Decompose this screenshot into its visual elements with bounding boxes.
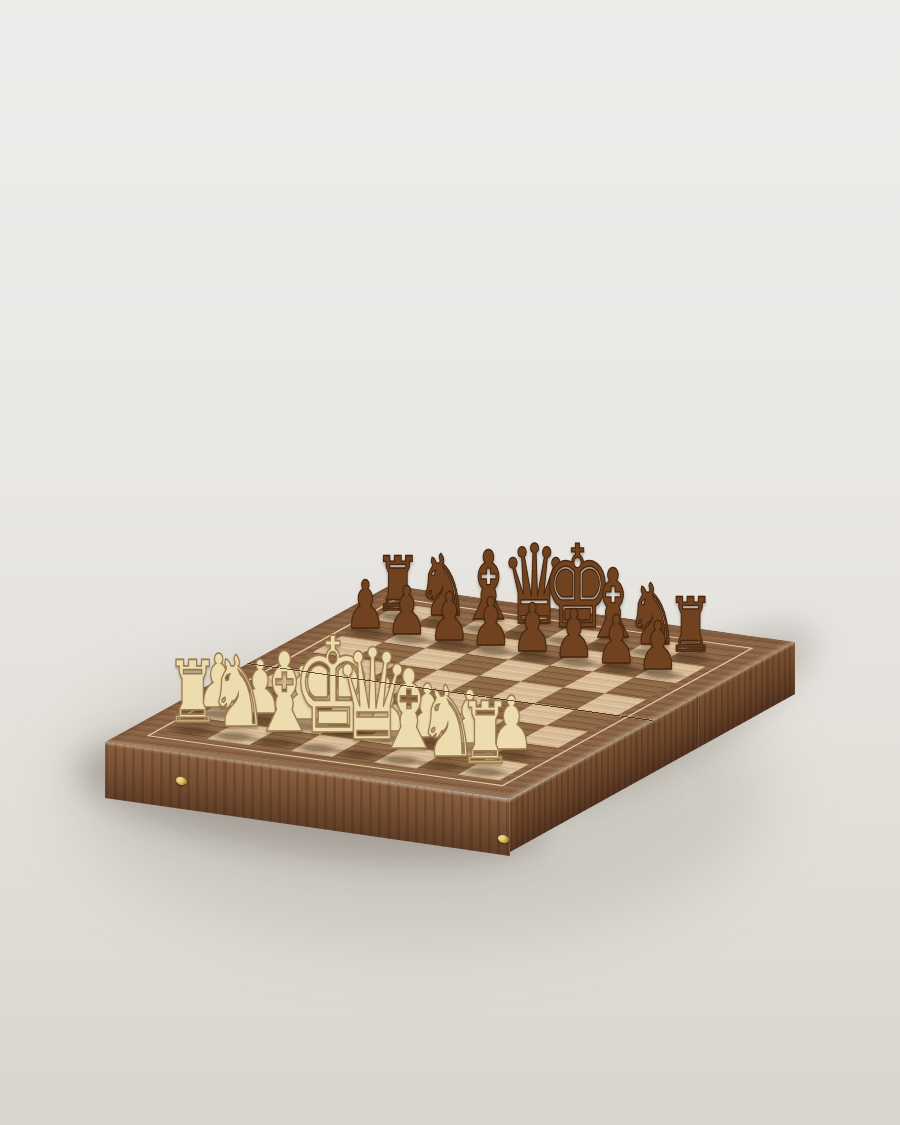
black-pawn: ♟	[596, 607, 634, 674]
white-bishop: ♝	[375, 655, 418, 765]
black-pawn: ♟	[637, 613, 675, 680]
black-pawn: ♟	[429, 583, 467, 650]
brass-screw-icon	[176, 776, 187, 786]
white-bishop: ♝	[250, 637, 293, 747]
black-pawn: ♟	[470, 589, 508, 656]
black-pawn: ♟	[554, 601, 592, 668]
white-rook: ♜	[459, 691, 502, 777]
white-knight: ♞	[417, 673, 460, 771]
white-king: ♚	[292, 620, 335, 753]
white-knight: ♞	[208, 643, 251, 741]
white-queen: ♛	[333, 632, 376, 759]
black-pawn: ♟	[512, 595, 550, 662]
fold-split-line	[697, 695, 699, 748]
brass-screw-icon	[498, 834, 509, 844]
white-rook: ♜	[166, 649, 209, 735]
product-photo-scene: ♜♞♝♛♚♝♞♜♟♟♟♟♟♟♟♟♟♟♟♟♟♟♟♟♜♞♝♚♛♝♞♜	[0, 0, 900, 1125]
